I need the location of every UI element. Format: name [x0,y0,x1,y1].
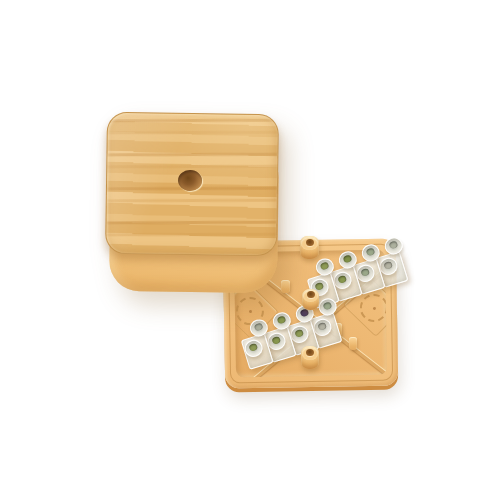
screw-boss-top [300,236,319,259]
terminal-tube [383,235,405,257]
terminal-screw [249,343,259,352]
lid-center-hole [178,169,202,190]
terminal-screw [366,248,376,257]
terminal-screw [254,323,264,332]
terminal-screw [300,309,310,318]
terminal-screw [389,241,399,250]
screw-boss-bottom [301,346,319,369]
lid-wood-face [105,112,279,256]
screw-boss-center [302,289,319,310]
product-photo [0,0,500,500]
cable-knockout-right [360,294,387,322]
terminal-screw [343,255,353,264]
mounting-peg [281,280,290,293]
terminal-screw [277,316,287,325]
terminal-screw [323,302,333,311]
terminal-tube [317,296,339,318]
terminal-screw [320,262,330,271]
